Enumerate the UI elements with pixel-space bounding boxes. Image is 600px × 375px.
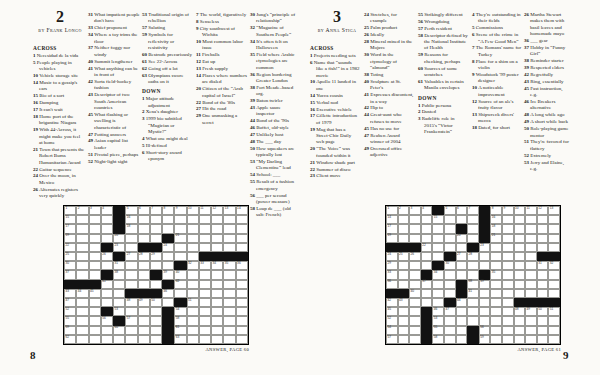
white-cell [101,261,113,270]
white-cell [89,270,101,279]
clue-column: 53 Traditional origin of rebellion57 Sal… [142,12,194,163]
white-cell: 10 [187,206,199,215]
white-cell [444,243,456,252]
white-cell: 62 [64,335,76,344]
white-cell [76,234,88,243]
white-cell [444,215,456,224]
cell-number: 6 [139,207,141,210]
clue: 19 Mag that has a Street-Chic Daily web … [310,127,360,146]
clue: 8 Place for a shim on a violin [472,59,522,72]
white-cell [199,335,211,344]
clue: 10 Most common labor issue [196,39,248,52]
puzzle-number: 3 [310,8,364,26]
white-cell [479,261,491,270]
cell-number: 53 [434,317,438,320]
black-cell [525,298,537,307]
white-cell [398,270,410,279]
white-cell: 61 [174,326,186,335]
black-cell [479,215,491,224]
clue: 2 Dusted [418,109,468,115]
white-cell [432,234,444,243]
white-cell [223,335,235,344]
white-cell [514,224,526,233]
white-cell [76,298,88,307]
clue: 12 Source of an ale's fruity flavor [472,99,522,112]
white-cell [113,298,125,307]
cell-number: 40 [411,290,415,293]
cell-number: 52 [387,317,391,320]
white-cell: 46 [432,307,444,316]
white-cell [125,326,137,335]
white-cell [76,224,88,233]
white-cell [199,307,211,316]
clue: 39 Respected elders [524,65,570,71]
white-cell: 48 [514,307,526,316]
white-cell [236,270,248,279]
cell-number: 5 [127,207,129,210]
answer-note: ANSWER, PAGE 60 [63,347,249,352]
white-cell [223,326,235,335]
white-cell: 9 [174,206,186,215]
white-cell: 31 [113,261,125,270]
white-cell [444,280,456,289]
clue: 53 Jerry and Elaine, e.g. [524,160,570,173]
clue: 7 The world, figuratively [196,12,248,18]
white-cell [490,261,502,270]
white-cell [223,215,235,224]
white-cell: 54 [174,307,186,316]
white-cell: 56 [101,316,113,325]
white-cell [89,298,101,307]
white-cell: 63 [174,335,186,344]
cell-number: 34 [434,271,438,274]
cell-number: 2 [78,207,80,210]
white-cell: 17 [386,224,398,233]
white-cell [502,215,514,224]
white-cell [548,243,560,252]
cell-number: 1 [387,207,389,210]
puzzle-number: 2 [33,8,87,26]
clue: 48 The ___ day [250,139,296,145]
black-cell [386,243,398,252]
white-cell [174,289,186,298]
white-cell [456,335,468,344]
white-cell [444,224,456,233]
white-cell [409,215,421,224]
white-cell [409,261,421,270]
cell-number: 30 [445,262,449,265]
white-cell [421,261,433,270]
black-cell [113,206,125,215]
white-cell [187,335,199,344]
white-cell [502,261,514,270]
clue: 3 Radcliffe role in 2015's “Victor Frank… [418,116,468,135]
clue: 24 Over the moon, in Mexico [33,173,85,186]
black-cell [138,289,150,298]
cell-number: 29 [387,262,391,265]
white-cell [537,316,549,325]
black-cell [409,243,421,252]
white-cell: 32 [187,261,199,270]
clue: 55 Strikingly different [418,12,468,18]
white-cell [514,326,526,335]
white-cell: 51 [187,298,199,307]
cell-number: 25 [65,253,69,256]
white-cell [467,270,479,279]
cell-number: 48 [127,299,131,302]
white-cell [548,326,560,335]
white-cell [502,307,514,316]
cell-number: 41 [469,290,473,293]
black-cell [421,326,433,335]
white-cell [467,298,479,307]
white-cell [187,307,199,316]
clue-column: 26 Martha Stewart makes them with basil … [524,12,570,173]
clue: 5 Commissions [472,25,522,31]
clue: 42 Sorta field-hockey fashion [88,79,140,92]
cell-number: 27 [127,253,131,256]
clue: 20 Citizen of the “Arab capital of Israe… [196,86,248,99]
clue: 10 A noticeable improvement [472,85,522,98]
white-cell [444,335,456,344]
clue: 45 Has no use for [364,126,414,132]
black-cell [421,307,433,316]
white-cell: 40 [174,270,186,279]
white-cell [432,298,444,307]
white-cell: 41 [467,289,479,298]
white-cell [409,335,421,344]
cell-number: 43 [65,290,69,293]
white-cell [211,307,223,316]
white-cell: 20 [456,234,468,243]
white-cell: 44 [456,298,468,307]
clue: 48 A long while ago [524,112,570,118]
white-cell [150,326,162,335]
clue: 26 Alternates registers very quickly [33,187,85,200]
clue: 49 A short while back [524,119,570,125]
clue-column: ACROSS1 Projects needing sets6 Name that… [310,42,360,180]
clue-column: 7 The world, figuratively8 Senseless9 Ci… [196,12,248,127]
clue-column: 55 Strikingly different56 Wrongdoing57 P… [418,12,468,136]
white-cell [490,252,502,261]
white-cell [432,224,444,233]
cell-number: 9 [503,207,505,210]
cell-number: 19 [65,234,69,237]
white-cell [187,326,199,335]
cell-number: 41 [102,280,106,283]
white-cell [138,224,150,233]
white-cell [502,326,514,335]
cell-number: 59 [65,326,69,329]
white-cell: 54 [386,326,398,335]
white-cell [174,252,186,261]
white-cell [223,298,235,307]
white-cell: 56 [479,326,491,335]
clue: 30 Word in the etymology of “almond” [364,52,414,71]
clue: 14 Yucca cousin [310,93,360,99]
cell-number: 50 [151,299,155,302]
cell-number: 44 [457,299,461,302]
white-cell: 31 [537,261,549,270]
white-cell: 58 [432,335,444,344]
cell-number: 34 [213,262,217,265]
cell-number: 61 [176,326,180,329]
clue: 47 Unlikely host [250,132,296,138]
white-cell [514,280,526,289]
white-cell [525,326,537,335]
white-cell [409,280,421,289]
white-cell [514,270,526,279]
clue: 1 Major attitude adjustment [142,96,194,109]
cell-number: 60 [114,326,118,329]
clue: 1 Projects needing sets [310,53,360,59]
cell-number: 57 [387,336,391,339]
white-cell [444,234,456,243]
white-cell: 7 [467,206,479,215]
white-cell: 3 [89,206,101,215]
clue: 5 People playing in vehicles [33,60,85,73]
cell-number: 2 [399,207,401,210]
white-cell [409,234,421,243]
white-cell [211,289,223,298]
white-cell [502,252,514,261]
cell-number: 3 [411,207,413,210]
white-cell [101,224,113,233]
clue: 35 Field where Arabic etymologies are co… [250,52,296,71]
white-cell: 21 [174,234,186,243]
clue: 59 Symbols for reflexivity or resistivit… [142,32,194,51]
white-cell [467,261,479,270]
cell-number: 36 [237,262,241,265]
cell-number: 28 [469,253,473,256]
cell-number: 44 [78,290,82,293]
white-cell [89,252,101,261]
cell-number: 35 [225,262,229,265]
white-cell [409,307,421,316]
white-cell [236,326,248,335]
white-cell [537,224,549,233]
white-cell [398,280,410,289]
cell-number: 27 [457,253,461,256]
white-cell: 14 [386,215,398,224]
white-cell: 24 [162,243,174,252]
white-cell [409,326,421,335]
white-cell: 17 [64,224,76,233]
cell-number: 39 [164,271,168,274]
white-cell [199,234,211,243]
white-cell [236,307,248,316]
white-cell: 9 [502,206,514,215]
clue: 56 Wrongdoing [418,19,468,25]
white-cell [199,224,211,233]
white-cell [174,243,186,252]
clue: 34 It's often felt on Halloween [250,39,296,52]
cell-number: 43 [399,299,403,302]
white-cell [421,289,433,298]
white-cell: 11 [199,206,211,215]
white-cell: 29 [150,252,162,261]
black-cell [398,289,410,298]
cell-number: 31 [114,262,118,265]
clue: 55 Result of a fashion emergency [250,179,296,192]
white-cell [514,289,526,298]
white-cell [537,326,549,335]
white-cell: 42 [386,298,398,307]
white-cell: 2 [398,206,410,215]
clue: 9 City southwest of Wichita [196,26,248,39]
clue: 39 Baton twirler [250,98,296,104]
white-cell [150,280,162,289]
black-cell [150,289,162,298]
black-cell [162,307,174,316]
clue: 17 Gillette introduction of 1979 [310,113,360,126]
clue: 22 Guitar sequence [33,167,85,173]
cell-number: 22 [65,244,69,247]
clue: 45 Fast instruction, e.g. [524,86,570,99]
clue: 16 Dumping [33,100,85,106]
white-cell [223,270,235,279]
white-cell [548,270,560,279]
white-cell [398,335,410,344]
clue-column: 30 Jung's “principle of relationship”32 … [250,12,296,219]
black-cell [479,206,491,215]
white-cell [199,243,211,252]
white-cell [456,215,468,224]
white-cell [502,224,514,233]
white-cell [223,234,235,243]
clue: 26 Ideally [364,32,414,38]
clue: 56 ___ per second (power measure) [250,193,296,206]
white-cell [479,307,491,316]
clue: 36 ___ gear [524,38,570,44]
cell-number: 54 [176,308,180,311]
white-cell [89,234,101,243]
clue: 59 Reasons for checking, perhaps [418,52,468,65]
cell-number: 56 [480,326,484,329]
white-cell [502,298,514,307]
white-cell: 23 [479,243,491,252]
white-cell: 34 [432,270,444,279]
white-cell [89,307,101,316]
white-cell [89,326,101,335]
white-cell [223,307,235,316]
black-cell [467,326,479,335]
clue: 21 Town that presents the Robert Burns H… [33,147,85,166]
cell-number: 24 [164,244,168,247]
white-cell [548,316,560,325]
white-cell [548,280,560,289]
white-cell: 55 [64,316,76,325]
white-cell [187,234,199,243]
white-cell [113,335,125,344]
black-cell [548,298,560,307]
white-cell [432,289,444,298]
cell-number: 37 [65,271,69,274]
cell-number: 15 [65,216,69,219]
black-cell [162,326,174,335]
clue: 38 Reminder starter [524,58,570,64]
white-cell [432,252,444,261]
white-cell [502,316,514,325]
white-cell [125,234,137,243]
white-cell: 45 [386,307,398,316]
white-cell [101,326,113,335]
clue: 29 One unmasking a secret [196,113,248,126]
white-cell [467,224,479,233]
book-spread: 2 by Frank Longo ACROSS1 Necesidad de la… [0,0,600,375]
black-cell [113,215,125,224]
white-cell: 50 [537,307,549,316]
black-cell [444,298,456,307]
white-cell: 58 [174,316,186,325]
white-cell [525,252,537,261]
white-cell [525,316,537,325]
white-cell [187,316,199,325]
white-cell: 60 [113,326,125,335]
white-cell [223,224,235,233]
white-cell: 27 [456,252,468,261]
clue: 37 Hobby in “Funny Girl” [524,45,570,58]
black-cell [467,335,479,344]
clue: 17 It can't wait [33,107,85,113]
cell-number: 29 [151,253,155,256]
white-cell [113,280,125,289]
white-cell: 50 [150,298,162,307]
clue: 6 Name that “sounds like a fish!” in a 1… [310,60,360,79]
cell-number: 38 [114,271,118,274]
white-cell [409,224,421,233]
clue: 15 Verbal nod [310,100,360,106]
white-cell [236,298,248,307]
black-cell [150,243,162,252]
white-cell [162,224,174,233]
white-cell [467,215,479,224]
white-cell: 28 [467,252,479,261]
white-cell [162,298,174,307]
clue: 58 Loup de ___ (old salt: French) [250,206,296,219]
clue: 50 How squeakers are typically lost [250,146,296,159]
white-cell [138,261,150,270]
cell-number: 10 [188,207,192,210]
cell-number: 55 [65,317,69,320]
white-cell: 12 [211,206,223,215]
white-cell [138,270,150,279]
white-cell: 42 [174,280,186,289]
white-cell [76,307,88,316]
white-cell [174,215,186,224]
black-cell [421,270,433,279]
white-cell [409,298,421,307]
white-cell [76,335,88,344]
white-cell: 37 [421,280,433,289]
white-cell: 53 [432,316,444,325]
clue: 11 Fireballs [196,52,248,58]
clue: 41 Expresses discontent, in a way [364,92,414,105]
section-label: DOWN [142,88,194,95]
white-cell [199,215,211,224]
white-cell [89,316,101,325]
black-cell [199,252,211,261]
white-cell [125,307,137,316]
white-cell [490,289,502,298]
white-cell: 7 [150,206,162,215]
white-cell [138,316,150,325]
white-cell: 49 [138,298,150,307]
cell-number: 48 [515,308,519,311]
clue: 43 Ring, essentially [524,79,570,85]
white-cell: 43 [398,298,410,307]
cell-number: 12 [538,207,542,210]
